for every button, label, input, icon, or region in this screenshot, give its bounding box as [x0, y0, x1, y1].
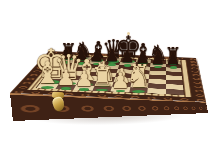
piece-white-king-a2: ♚: [32, 44, 71, 83]
pawn-glyph: ♟: [55, 67, 77, 89]
rook-glyph: ♜: [59, 41, 78, 60]
piece-black-pawn-g7: ♟: [150, 51, 167, 68]
felt-base: [98, 84, 111, 87]
bishop-glyph: ♝: [72, 56, 101, 85]
pawn-glyph: ♟: [58, 46, 75, 63]
piece-black-pawn-b7: ♟: [73, 47, 90, 64]
felt-base: [108, 60, 120, 63]
chess-set-photo: ♜♞♝♛♚♝♞♜♟♟♟♟♟♟♟♟♚♛♝♞♟♜♝♟♟♜♟♞: [0, 0, 220, 146]
king-glyph: ♚: [32, 44, 71, 83]
felt-base: [139, 65, 146, 68]
pawn-glyph: ♟: [165, 51, 182, 68]
piece-black-bishop-c8: ♝: [88, 39, 110, 61]
piece-black-pawn-a7: ♟: [58, 46, 75, 63]
pawn-glyph: ♟: [150, 51, 167, 68]
piece-black-pawn-e7: ♟: [119, 49, 136, 66]
pawn-glyph: ♟: [73, 47, 90, 64]
felt-base: [41, 86, 55, 89]
piece-white-pawn-c1: ♟: [73, 68, 95, 90]
felt-base: [42, 80, 60, 84]
felt-base: [154, 66, 161, 69]
knight-glyph: ♞: [73, 39, 94, 60]
felt-base: [93, 63, 100, 66]
felt-base: [61, 82, 76, 85]
bishop-glyph: ♝: [132, 41, 154, 63]
felt-base: [134, 86, 145, 89]
queen-glyph: ♛: [101, 36, 127, 62]
felt-base: [108, 63, 115, 66]
knight-glyph: ♞: [124, 63, 153, 92]
rook-glyph: ♜: [164, 45, 183, 64]
brass-clasp: [50, 91, 68, 114]
piece-white-bishop-a1: ♝: [33, 58, 63, 88]
felt-base: [62, 61, 69, 64]
felt-base: [122, 60, 136, 63]
piece-black-bishop-f8: ♝: [132, 41, 154, 63]
knight-glyph: ♞: [90, 58, 118, 86]
felt-base: [153, 62, 163, 65]
bishop-glyph: ♝: [88, 39, 110, 61]
piece-white-knight-f1: ♞: [124, 63, 153, 92]
rook-glyph: ♜: [127, 62, 152, 87]
piece-black-king-e8: ♚: [113, 32, 143, 62]
felt-base: [80, 83, 93, 86]
piece-white-pawn-e1: ♟: [110, 70, 132, 92]
felt-base: [96, 89, 108, 92]
piece-black-pawn-h7: ♟: [165, 51, 182, 68]
felt-base: [64, 58, 73, 61]
pawn-glyph: ♟: [119, 49, 136, 66]
bishop-glyph: ♝: [33, 58, 63, 88]
piece-white-bishop-c2: ♝: [72, 56, 101, 85]
pieces-layer: ♜♞♝♛♚♝♞♜♟♟♟♟♟♟♟♟♚♛♝♞♟♜♝♟♟♜♟♞: [0, 0, 220, 146]
piece-black-pawn-d7: ♟: [104, 48, 121, 65]
felt-base: [132, 90, 145, 93]
piece-white-knight-d2: ♞: [90, 58, 118, 86]
piece-black-rook-a8: ♜: [59, 41, 78, 60]
pawn-glyph: ♟: [89, 48, 106, 65]
pawn-glyph: ♟: [104, 48, 121, 65]
pawn-glyph: ♟: [110, 70, 132, 92]
knight-glyph: ♞: [148, 42, 169, 63]
felt-base: [61, 87, 71, 90]
piece-black-pawn-f7: ♟: [134, 50, 151, 67]
pawn-glyph: ♟: [111, 66, 132, 87]
felt-base: [116, 90, 126, 93]
piece-white-pawn-b1: ♟: [55, 67, 77, 89]
felt-base: [78, 62, 85, 65]
piece-white-pawn-e2: ♟: [111, 66, 132, 87]
piece-black-knight-b8: ♞: [73, 39, 94, 60]
piece-white-rook-f2: ♜: [127, 62, 152, 87]
felt-base: [170, 66, 177, 69]
felt-base: [169, 63, 178, 66]
piece-black-knight-g8: ♞: [148, 42, 169, 63]
felt-base: [94, 59, 104, 62]
clasp-pendant: [51, 96, 65, 112]
piece-black-pawn-c7: ♟: [89, 48, 106, 65]
felt-base: [124, 64, 131, 67]
queen-glyph: ♛: [52, 50, 86, 84]
king-glyph: ♚: [113, 32, 143, 62]
felt-base: [79, 88, 89, 91]
felt-base: [117, 85, 126, 88]
piece-black-queen-d8: ♛: [101, 36, 127, 62]
felt-base: [138, 61, 148, 64]
pawn-glyph: ♟: [134, 50, 151, 67]
felt-base: [79, 58, 89, 61]
pawn-glyph: ♟: [73, 68, 95, 90]
piece-black-rook-h8: ♜: [164, 45, 183, 64]
rook-glyph: ♜: [89, 65, 115, 91]
king-light-finial: [127, 32, 130, 35]
piece-white-rook-d1: ♜: [89, 65, 115, 91]
piece-white-queen-b2: ♛: [52, 50, 86, 84]
